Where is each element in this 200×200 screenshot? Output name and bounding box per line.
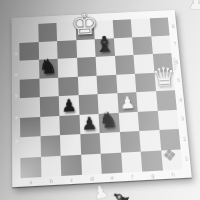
square-g2 xyxy=(139,130,160,151)
rank-label-4: 4 xyxy=(179,96,183,102)
square-b1 xyxy=(40,155,61,177)
square-d1 xyxy=(81,153,102,175)
file-label-b: b xyxy=(49,178,52,185)
square-c4 xyxy=(59,95,79,115)
file-label-e: e xyxy=(110,174,114,181)
rank-label-2: 2 xyxy=(183,135,187,141)
square-h6 xyxy=(152,53,173,72)
square-g4 xyxy=(136,91,157,111)
square-a2 xyxy=(20,136,40,157)
square-f3 xyxy=(118,111,139,132)
square-h4 xyxy=(156,90,177,110)
square-f5 xyxy=(116,73,137,93)
square-f4 xyxy=(117,92,138,112)
square-g6 xyxy=(133,54,154,73)
square-h8 xyxy=(149,17,169,36)
file-label-h: h xyxy=(171,171,175,178)
rank-label-3: 3 xyxy=(181,116,185,122)
board-play-area xyxy=(19,17,182,178)
square-f6 xyxy=(115,55,135,74)
square-a8 xyxy=(19,24,38,43)
square-c8 xyxy=(56,22,75,41)
chessboard-photo: ♚♝♞♛♟♟♟♞ abcdefgh87654321 ıllıllıı ❖ ♟ ♟… xyxy=(0,0,200,200)
square-e4 xyxy=(98,93,119,113)
square-c7 xyxy=(57,40,77,59)
square-d2 xyxy=(80,133,101,154)
square-b5 xyxy=(39,77,59,97)
square-g7 xyxy=(132,36,152,55)
square-h3 xyxy=(157,109,178,130)
square-c1 xyxy=(61,154,82,176)
chess-board: ♚♝♞♛♟♟♟♞ abcdefgh87654321 ıllıllıı ❖ xyxy=(12,10,192,187)
off-board-piece-white: ♟ xyxy=(91,182,110,200)
glare-dot xyxy=(15,139,18,142)
rank-label-7: 7 xyxy=(173,41,177,47)
square-f7 xyxy=(113,37,133,56)
square-g1 xyxy=(141,150,163,172)
square-g3 xyxy=(138,110,159,131)
square-a6 xyxy=(20,60,39,79)
square-e3 xyxy=(99,112,120,133)
square-f2 xyxy=(119,131,140,152)
square-e6 xyxy=(96,56,116,75)
square-e1 xyxy=(101,152,122,174)
glare-dot xyxy=(14,116,17,119)
square-c5 xyxy=(58,76,78,96)
square-d4 xyxy=(78,94,98,114)
square-a1 xyxy=(20,156,41,178)
square-b3 xyxy=(40,115,60,136)
file-label-f: f xyxy=(131,173,133,180)
square-a5 xyxy=(20,78,40,98)
square-f8 xyxy=(112,19,132,38)
file-label-a: a xyxy=(29,179,32,186)
square-g5 xyxy=(135,72,156,92)
file-label-g: g xyxy=(151,172,155,179)
square-e5 xyxy=(97,74,117,94)
square-c3 xyxy=(59,114,79,135)
off-board-piece-black: ♝ xyxy=(108,185,134,200)
file-label-d: d xyxy=(90,175,94,182)
rank-label-1: 1 xyxy=(185,156,189,162)
glare-dot xyxy=(14,94,17,97)
square-b4 xyxy=(39,96,59,116)
square-d5 xyxy=(77,75,97,95)
square-h7 xyxy=(151,35,171,54)
square-d6 xyxy=(77,57,97,76)
square-g8 xyxy=(131,18,151,37)
square-b8 xyxy=(38,23,57,42)
square-b6 xyxy=(39,59,59,78)
square-a3 xyxy=(20,116,40,137)
square-h5 xyxy=(154,71,175,91)
square-e2 xyxy=(100,132,121,153)
file-label-c: c xyxy=(70,176,73,183)
manufacturer-logo-icon: ❖ xyxy=(162,145,178,165)
off-board-piece-white: ♟ xyxy=(188,0,200,12)
square-f1 xyxy=(121,151,143,173)
square-e8 xyxy=(94,20,114,39)
square-b7 xyxy=(38,41,57,60)
square-d3 xyxy=(79,113,100,134)
rank-label-8: 8 xyxy=(172,23,176,29)
square-b2 xyxy=(40,135,60,156)
square-c6 xyxy=(58,58,78,77)
square-c2 xyxy=(60,134,81,155)
square-a7 xyxy=(19,42,38,61)
glare-dot xyxy=(14,73,17,76)
square-a4 xyxy=(20,97,40,117)
square-e7 xyxy=(95,38,115,57)
glare-dot xyxy=(14,52,17,55)
coordinate-labels: abcdefgh87654321 xyxy=(12,10,175,18)
rank-label-5: 5 xyxy=(177,78,181,84)
square-d8 xyxy=(75,21,95,40)
square-d7 xyxy=(76,39,96,58)
